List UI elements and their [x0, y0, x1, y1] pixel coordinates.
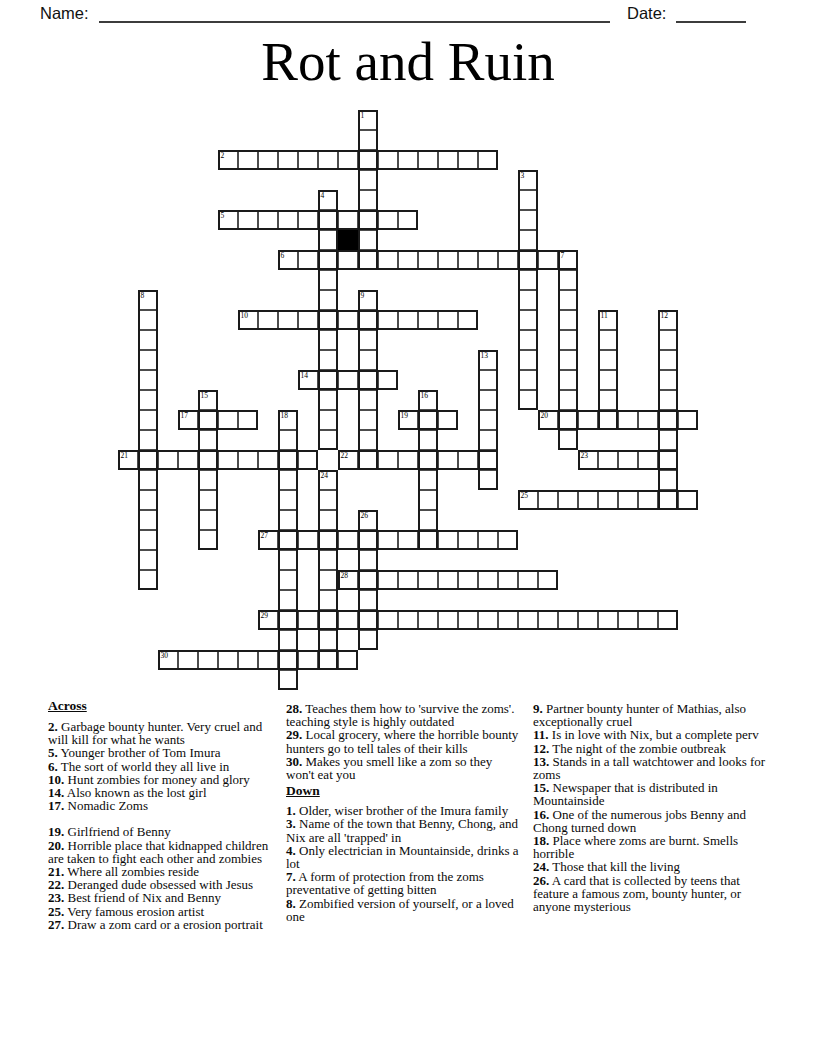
- clue-number: 1: [361, 112, 365, 120]
- clue-16: 16. One of the numerous jobs Benny and C…: [533, 808, 771, 834]
- grid-cell[interactable]: [418, 410, 438, 430]
- grid-cell[interactable]: [558, 370, 578, 390]
- grid-cell[interactable]: [458, 250, 478, 270]
- page-title: Rot and Ruin: [0, 33, 816, 91]
- grid-cell[interactable]: [438, 610, 458, 630]
- grid-cell[interactable]: [598, 490, 618, 510]
- grid-cell[interactable]: [298, 150, 318, 170]
- grid-cell[interactable]: [318, 550, 338, 570]
- grid-cell[interactable]: 8: [138, 290, 158, 310]
- clue-18: 18. Place where zoms are burnt. Smells h…: [533, 834, 771, 860]
- clue-number: 2: [221, 152, 225, 160]
- grid-cell[interactable]: [198, 510, 218, 530]
- grid-cell[interactable]: [418, 450, 438, 470]
- grid-cell[interactable]: 5: [218, 210, 238, 230]
- grid-cell[interactable]: 9: [358, 290, 378, 310]
- grid-cell[interactable]: [678, 410, 698, 430]
- grid-cell[interactable]: [318, 390, 338, 410]
- grid-cell[interactable]: [358, 530, 378, 550]
- grid-cell[interactable]: [298, 210, 318, 230]
- grid-cell[interactable]: [318, 650, 338, 670]
- grid-cell[interactable]: [138, 530, 158, 550]
- grid-cell[interactable]: [638, 410, 658, 430]
- grid-cell[interactable]: [598, 450, 618, 470]
- grid-cell[interactable]: [278, 530, 298, 550]
- grid-cell[interactable]: [578, 610, 598, 630]
- clue-11: 11. Is in love with Nix, but a complete …: [533, 728, 771, 741]
- grid-cell[interactable]: [478, 610, 498, 630]
- grid-cell[interactable]: [558, 430, 578, 450]
- date-label: Date:: [627, 4, 666, 23]
- grid-cell[interactable]: 16: [418, 390, 438, 410]
- clue-9: 9. Partner bounty hunter of Mathias, als…: [533, 702, 771, 728]
- grid-cell[interactable]: [598, 370, 618, 390]
- name-field-line[interactable]: [99, 21, 610, 23]
- grid-cell[interactable]: [458, 570, 478, 590]
- grid-cell[interactable]: [138, 410, 158, 430]
- grid-cell[interactable]: [418, 250, 438, 270]
- grid-cell[interactable]: [518, 370, 538, 390]
- grid-cell[interactable]: [578, 490, 598, 510]
- grid-cell[interactable]: 28: [338, 570, 358, 590]
- clue-24: 24. Those that kill the living: [533, 860, 771, 873]
- grid-cell[interactable]: [198, 470, 218, 490]
- grid-cell[interactable]: [138, 330, 158, 350]
- clue-20: 20. Horrible place that kidnapped childr…: [48, 839, 278, 865]
- grid-cell[interactable]: [658, 390, 678, 410]
- grid-cell[interactable]: [418, 310, 438, 330]
- grid-cell[interactable]: [458, 530, 478, 550]
- grid-cell[interactable]: [358, 590, 378, 610]
- grid-cell[interactable]: [518, 210, 538, 230]
- grid-cell[interactable]: [138, 430, 158, 450]
- grid-cell[interactable]: [338, 210, 358, 230]
- grid-cell[interactable]: [318, 230, 338, 250]
- grid-cell[interactable]: [458, 450, 478, 470]
- grid-cell[interactable]: 4: [318, 190, 338, 210]
- grid-cell[interactable]: [318, 350, 338, 370]
- grid-cell[interactable]: [438, 410, 458, 430]
- grid-cell[interactable]: [278, 510, 298, 530]
- grid-cell[interactable]: [338, 250, 358, 270]
- grid-cell[interactable]: 23: [578, 450, 598, 470]
- grid-cell[interactable]: [478, 410, 498, 430]
- grid-cell[interactable]: 17: [178, 410, 198, 430]
- grid-cell[interactable]: [598, 410, 618, 430]
- grid-cell[interactable]: [278, 210, 298, 230]
- grid-cell[interactable]: [358, 310, 378, 330]
- grid-cell[interactable]: [618, 450, 638, 470]
- grid-cell[interactable]: [658, 610, 678, 630]
- date-field-line[interactable]: [676, 21, 746, 23]
- grid-cell[interactable]: 18: [278, 410, 298, 430]
- grid-cell[interactable]: 27: [258, 530, 278, 550]
- grid-cell[interactable]: [478, 570, 498, 590]
- grid-cell[interactable]: [338, 530, 358, 550]
- grid-cell[interactable]: [418, 570, 438, 590]
- grid-cell[interactable]: [638, 450, 658, 470]
- clue-23: 23. Best friend of Nix and Benny: [48, 891, 278, 904]
- grid-cell[interactable]: 12: [658, 310, 678, 330]
- grid-cell[interactable]: [278, 590, 298, 610]
- grid-cell[interactable]: [558, 290, 578, 310]
- grid-cell[interactable]: [558, 330, 578, 350]
- grid-cell[interactable]: [178, 650, 198, 670]
- grid-cell[interactable]: [358, 170, 378, 190]
- grid-cell[interactable]: [358, 130, 378, 150]
- grid-cell[interactable]: [358, 190, 378, 210]
- grid-cell[interactable]: [658, 370, 678, 390]
- clue-30: 30. Makes you smell like a zom so they w…: [286, 755, 522, 781]
- grid-cell[interactable]: [318, 490, 338, 510]
- grid-cell[interactable]: 14: [298, 370, 318, 390]
- grid-cell[interactable]: [358, 430, 378, 450]
- grid-cell[interactable]: [378, 210, 398, 230]
- grid-cell[interactable]: [618, 410, 638, 430]
- grid-cell[interactable]: [278, 310, 298, 330]
- grid-cell[interactable]: [398, 150, 418, 170]
- grid-cell[interactable]: [198, 650, 218, 670]
- grid-cell[interactable]: [138, 310, 158, 330]
- grid-cell[interactable]: [378, 370, 398, 390]
- grid-cell[interactable]: [478, 250, 498, 270]
- grid-cell[interactable]: [338, 610, 358, 630]
- grid-cell[interactable]: [278, 610, 298, 630]
- grid-cell[interactable]: [318, 270, 338, 290]
- grid-cell[interactable]: 30: [158, 650, 178, 670]
- grid-cell[interactable]: [278, 450, 298, 470]
- grid-cell[interactable]: [318, 310, 338, 330]
- grid-cell[interactable]: [438, 450, 458, 470]
- grid-cell[interactable]: [378, 310, 398, 330]
- grid-cell[interactable]: [358, 370, 378, 390]
- grid-cell[interactable]: 10: [238, 310, 258, 330]
- grid-cell[interactable]: [498, 570, 518, 590]
- grid-cell[interactable]: 11: [598, 310, 618, 330]
- grid-cell[interactable]: [358, 610, 378, 630]
- grid-cell[interactable]: 20: [538, 410, 558, 430]
- grid-cell[interactable]: [198, 430, 218, 450]
- grid-cell[interactable]: [318, 210, 338, 230]
- grid-cell[interactable]: [478, 530, 498, 550]
- clue-number: 19: [401, 412, 409, 420]
- clue-number: 17: [181, 412, 189, 420]
- grid-cell[interactable]: [598, 610, 618, 630]
- grid-cell[interactable]: [618, 610, 638, 630]
- grid-cell[interactable]: [338, 150, 358, 170]
- grid-cell[interactable]: [458, 610, 478, 630]
- grid-cell[interactable]: 19: [398, 410, 418, 430]
- grid-cell[interactable]: [398, 250, 418, 270]
- grid-cell[interactable]: 15: [198, 390, 218, 410]
- grid-cell[interactable]: [478, 470, 498, 490]
- grid-cell[interactable]: [298, 650, 318, 670]
- grid-cell[interactable]: [318, 510, 338, 530]
- grid-cell[interactable]: [658, 350, 678, 370]
- clue-number: 25: [521, 492, 529, 500]
- grid-cell[interactable]: [358, 570, 378, 590]
- grid-cell[interactable]: [238, 410, 258, 430]
- grid-cell[interactable]: [658, 450, 678, 470]
- grid-cell[interactable]: [418, 510, 438, 530]
- grid-cell[interactable]: [278, 430, 298, 450]
- grid-cell[interactable]: [658, 330, 678, 350]
- grid-cell[interactable]: [258, 210, 278, 230]
- grid-cell[interactable]: [378, 570, 398, 590]
- clue-number: 10: [241, 312, 249, 320]
- grid-cell[interactable]: [138, 370, 158, 390]
- grid-cell[interactable]: [598, 350, 618, 370]
- grid-cell[interactable]: 6: [278, 250, 298, 270]
- clue-19: 19. Girlfriend of Benny: [48, 825, 278, 838]
- grid-cell[interactable]: [358, 410, 378, 430]
- grid-cell[interactable]: [418, 610, 438, 630]
- grid-cell[interactable]: [398, 450, 418, 470]
- grid-cell[interactable]: [358, 630, 378, 650]
- grid-cell[interactable]: [238, 210, 258, 230]
- grid-cell[interactable]: [138, 450, 158, 470]
- grid-cell[interactable]: [258, 150, 278, 170]
- grid-cell[interactable]: [258, 450, 278, 470]
- grid-cell[interactable]: [478, 390, 498, 410]
- grid-cell[interactable]: 25: [518, 490, 538, 510]
- grid-cell[interactable]: [278, 570, 298, 590]
- grid-cell[interactable]: [498, 250, 518, 270]
- grid-cell[interactable]: 7: [558, 250, 578, 270]
- grid-cell[interactable]: [418, 430, 438, 450]
- grid-cell[interactable]: [658, 410, 678, 430]
- grid-cell[interactable]: [138, 570, 158, 590]
- grid-cell[interactable]: [438, 150, 458, 170]
- grid-cell[interactable]: [358, 390, 378, 410]
- grid-cell[interactable]: [498, 610, 518, 630]
- grid-cell[interactable]: [438, 310, 458, 330]
- clue-15: 15. Newspaper that is distributed in Mou…: [533, 781, 771, 807]
- grid-cell[interactable]: [558, 350, 578, 370]
- grid-cell[interactable]: [678, 490, 698, 510]
- grid-cell[interactable]: [278, 670, 298, 690]
- grid-cell[interactable]: [638, 490, 658, 510]
- grid-cell[interactable]: 24: [318, 470, 338, 490]
- grid-cell[interactable]: [298, 250, 318, 270]
- grid-cell[interactable]: [198, 490, 218, 510]
- grid-cell[interactable]: [358, 550, 378, 570]
- grid-cell[interactable]: [278, 150, 298, 170]
- clue-28: 28. Teaches them how to 'survive the zom…: [286, 702, 522, 728]
- grid-cell[interactable]: [338, 310, 358, 330]
- grid-cell[interactable]: [218, 410, 238, 430]
- grid-cell[interactable]: [318, 330, 338, 350]
- grid-cell[interactable]: [278, 650, 298, 670]
- clue-number: 15: [201, 392, 209, 400]
- grid-cell[interactable]: [658, 470, 678, 490]
- grid-cell[interactable]: [138, 490, 158, 510]
- grid-cell[interactable]: [478, 450, 498, 470]
- grid-cell[interactable]: [158, 450, 178, 470]
- grid-cell[interactable]: [538, 610, 558, 630]
- grid-cell[interactable]: [138, 550, 158, 570]
- grid-cell[interactable]: [478, 150, 498, 170]
- grid-cell[interactable]: [138, 470, 158, 490]
- middle-clues-column: 28. Teaches them how to 'survive the zom…: [286, 702, 522, 923]
- grid-cell[interactable]: [518, 310, 538, 330]
- grid-cell[interactable]: [518, 330, 538, 350]
- grid-cell[interactable]: [138, 350, 158, 370]
- grid-cell[interactable]: 21: [118, 450, 138, 470]
- grid-cell[interactable]: [358, 450, 378, 470]
- grid-cell[interactable]: [558, 310, 578, 330]
- grid-cell[interactable]: [458, 310, 478, 330]
- grid-cell[interactable]: [658, 430, 678, 450]
- grid-cell[interactable]: [318, 610, 338, 630]
- across-clues-column: Across 2. Garbage bounty hunter. Very cr…: [48, 699, 278, 931]
- grid-cell[interactable]: 22: [338, 450, 358, 470]
- grid-cell[interactable]: 1: [358, 110, 378, 130]
- grid-cell[interactable]: [298, 310, 318, 330]
- clue-number: 12: [661, 312, 669, 320]
- grid-cell[interactable]: [278, 550, 298, 570]
- grid-cell[interactable]: [398, 570, 418, 590]
- grid-cell[interactable]: [518, 350, 538, 370]
- grid-cell[interactable]: [518, 570, 538, 590]
- grid-cell[interactable]: [278, 630, 298, 650]
- grid-cell[interactable]: [418, 470, 438, 490]
- grid-cell[interactable]: [638, 610, 658, 630]
- grid-cell[interactable]: [538, 250, 558, 270]
- worksheet-page: Name: Date: Rot and Ruin 256710141719202…: [0, 0, 816, 1056]
- grid-cell[interactable]: [358, 350, 378, 370]
- grid-cell[interactable]: [238, 150, 258, 170]
- grid-cell[interactable]: [418, 150, 438, 170]
- grid-cell[interactable]: [398, 530, 418, 550]
- grid-cell[interactable]: [558, 270, 578, 290]
- grid-cell[interactable]: [398, 610, 418, 630]
- grid-cell[interactable]: 26: [358, 510, 378, 530]
- grid-cell[interactable]: [438, 530, 458, 550]
- grid-cell[interactable]: [518, 190, 538, 210]
- grid-cell[interactable]: [478, 430, 498, 450]
- grid-cell[interactable]: 3: [518, 170, 538, 190]
- grid-cell[interactable]: [318, 290, 338, 310]
- name-label: Name:: [40, 4, 89, 23]
- grid-cell[interactable]: [518, 610, 538, 630]
- grid-cell[interactable]: [258, 310, 278, 330]
- grid-cell[interactable]: [478, 370, 498, 390]
- grid-cell[interactable]: [438, 570, 458, 590]
- grid-cell[interactable]: [518, 250, 538, 270]
- grid-cell[interactable]: [278, 490, 298, 510]
- grid-cell[interactable]: [378, 530, 398, 550]
- grid-cell[interactable]: [238, 450, 258, 470]
- grid-cell[interactable]: [298, 530, 318, 550]
- clue-3: 3. Name of the town that Benny, Chong, a…: [286, 817, 522, 843]
- grid-cell[interactable]: [518, 270, 538, 290]
- grid-cell[interactable]: [318, 530, 338, 550]
- grid-cell[interactable]: [338, 650, 358, 670]
- clue-number: 5: [221, 212, 225, 220]
- clue-27: 27. Draw a zom card or a erosion portrai…: [48, 918, 278, 931]
- grid-cell[interactable]: [378, 610, 398, 630]
- grid-cell[interactable]: [318, 150, 338, 170]
- grid-cell[interactable]: [298, 450, 318, 470]
- grid-cell[interactable]: [578, 410, 598, 430]
- grid-cell[interactable]: [298, 610, 318, 630]
- grid-cell[interactable]: [278, 470, 298, 490]
- grid-cell[interactable]: [598, 330, 618, 350]
- grid-cell[interactable]: [518, 290, 538, 310]
- grid-cell[interactable]: [378, 150, 398, 170]
- grid-cell[interactable]: [318, 430, 338, 450]
- clue-number: 21: [121, 452, 129, 460]
- grid-cell[interactable]: [318, 630, 338, 650]
- grid-cell[interactable]: [398, 310, 418, 330]
- grid-cell[interactable]: [318, 570, 338, 590]
- grid-cell[interactable]: [558, 610, 578, 630]
- grid-cell[interactable]: [458, 150, 478, 170]
- grid-cell[interactable]: [378, 250, 398, 270]
- grid-cell[interactable]: [418, 530, 438, 550]
- grid-cell[interactable]: [398, 210, 418, 230]
- grid-cell[interactable]: [198, 530, 218, 550]
- grid-cell[interactable]: [618, 490, 638, 510]
- grid-cell[interactable]: 29: [258, 610, 278, 630]
- grid-cell[interactable]: [658, 490, 678, 510]
- grid-cell[interactable]: [138, 510, 158, 530]
- grid-cell[interactable]: [198, 410, 218, 430]
- grid-cell[interactable]: [358, 330, 378, 350]
- down-heading: Down: [286, 784, 522, 798]
- grid-cell[interactable]: [558, 490, 578, 510]
- grid-cell[interactable]: [218, 650, 238, 670]
- grid-cell[interactable]: [598, 390, 618, 410]
- grid-cell[interactable]: [338, 370, 358, 390]
- grid-cell[interactable]: [518, 390, 538, 410]
- grid-cell[interactable]: [558, 410, 578, 430]
- clue-number: 13: [481, 352, 489, 360]
- clue-number: 24: [321, 472, 329, 480]
- grid-cell[interactable]: [558, 390, 578, 410]
- clue-13: 13. Stands in a tall watchtower and look…: [533, 755, 771, 781]
- grid-cell[interactable]: [318, 410, 338, 430]
- grid-cell[interactable]: [358, 210, 378, 230]
- grid-cell[interactable]: [358, 150, 378, 170]
- grid-cell[interactable]: [198, 450, 218, 470]
- grid-cell[interactable]: [138, 390, 158, 410]
- crossword-grid: 2567101417192021222325272829301348911121…: [118, 110, 698, 691]
- grid-cell[interactable]: [258, 650, 278, 670]
- grid-cell[interactable]: [218, 450, 238, 470]
- grid-cell[interactable]: [418, 490, 438, 510]
- grid-cell[interactable]: [498, 530, 518, 550]
- grid-cell[interactable]: 13: [478, 350, 498, 370]
- grid-cell[interactable]: [518, 230, 538, 250]
- grid-cell[interactable]: 2: [218, 150, 238, 170]
- grid-cell[interactable]: [358, 250, 378, 270]
- grid-cell[interactable]: [238, 650, 258, 670]
- clue-4: 4. Only electrician in Mountainside, dri…: [286, 844, 522, 870]
- grid-cell[interactable]: [438, 250, 458, 270]
- grid-cell[interactable]: [378, 450, 398, 470]
- clue-number: 11: [601, 312, 608, 320]
- grid-cell[interactable]: [178, 450, 198, 470]
- grid-cell[interactable]: [318, 590, 338, 610]
- grid-cell[interactable]: [538, 570, 558, 590]
- clue-number: 3: [521, 172, 525, 180]
- grid-cell[interactable]: [318, 370, 338, 390]
- grid-cell[interactable]: [358, 230, 378, 250]
- grid-cell[interactable]: [538, 490, 558, 510]
- grid-cell[interactable]: [318, 250, 338, 270]
